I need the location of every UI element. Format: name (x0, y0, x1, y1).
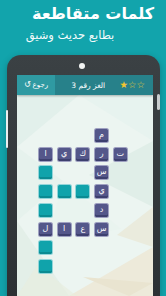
tile-letter: د (100, 203, 104, 216)
grid-cell[interactable] (57, 184, 72, 199)
tile-letter: ل (43, 222, 49, 235)
grid-cell[interactable]: ت (113, 147, 128, 162)
grid-cell[interactable]: س (94, 165, 109, 180)
star-empty-icon: ☆ (136, 80, 145, 90)
grid-cell[interactable] (75, 184, 90, 199)
grid-cell[interactable] (38, 165, 53, 180)
tile-letter: ع (81, 222, 86, 235)
promo-title: كلمات متقاطعة (4, 3, 154, 25)
tile-letter: س (97, 222, 107, 235)
grid-cell[interactable]: ي (57, 147, 72, 162)
grid-cell[interactable]: ا (38, 147, 53, 162)
grid-cell[interactable]: م (94, 128, 109, 143)
grid-cell[interactable]: د (94, 203, 109, 218)
tile-letter: ك (80, 147, 87, 160)
grid-cell[interactable] (38, 203, 53, 218)
star-rating: ★ ☆ ☆ (119, 80, 153, 90)
tile-letter: س (97, 165, 107, 178)
grid-cell[interactable] (38, 184, 53, 199)
grid-cell[interactable] (38, 240, 53, 255)
puzzle-title: الغز رقم 3 (55, 81, 119, 90)
board-grid: مايكرتسيدلاعس (17, 95, 153, 296)
back-button[interactable]: ↺ رجوع (17, 75, 55, 95)
grid-cell[interactable]: ي (94, 184, 109, 199)
grid-cell[interactable]: ا (57, 222, 72, 237)
phone-mockup: ↺ رجوع الغز رقم 3 ★ ☆ ☆ (7, 55, 160, 296)
star-filled-icon: ★ (119, 80, 128, 90)
tile-letter: ت (117, 147, 125, 160)
tile-letter: ي (61, 147, 67, 160)
volume-button (6, 110, 8, 148)
camera-dot (79, 63, 85, 69)
grid-cell[interactable]: س (94, 222, 109, 237)
grid-cell[interactable]: ر (94, 147, 109, 162)
back-button-label: رجوع (33, 81, 49, 89)
grid-cell[interactable] (38, 259, 53, 274)
grid-cell[interactable]: ع (75, 222, 90, 237)
tile-letter: ر (100, 147, 104, 160)
tile-letter: ا (44, 147, 46, 160)
app-screen: ↺ رجوع الغز رقم 3 ★ ☆ ☆ (17, 75, 153, 296)
back-icon: ↺ (24, 81, 31, 89)
promo-subtitle: بطابع حديث وشيق (24, 27, 116, 43)
tile-letter: ي (98, 184, 104, 197)
tile-letter: م (99, 128, 104, 141)
promo-screenshot: كلمات متقاطعة بطابع حديث وشيق ↺ رجوع الغ… (0, 0, 166, 296)
star-empty-icon: ☆ (128, 80, 137, 90)
tile-letter: ا (63, 222, 65, 235)
grid-cell[interactable]: ل (38, 222, 53, 237)
grid-cell[interactable]: ك (75, 147, 90, 162)
app-bar: ↺ رجوع الغز رقم 3 ★ ☆ ☆ (17, 75, 153, 95)
power-button (157, 94, 160, 110)
